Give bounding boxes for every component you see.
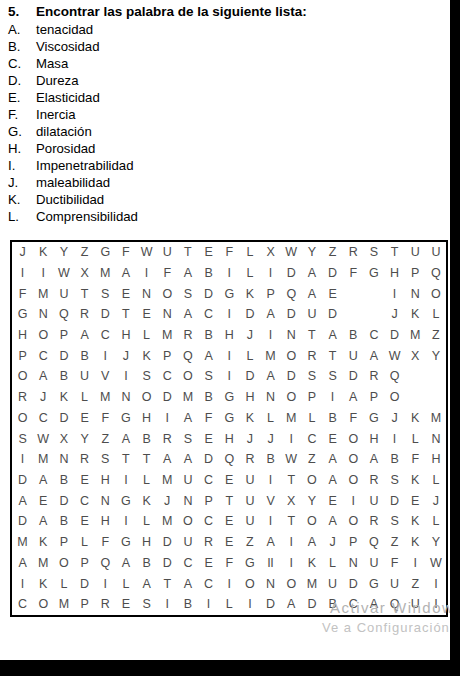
grid-cell[interactable]: Z xyxy=(322,242,343,263)
grid-cell[interactable]: N xyxy=(343,553,364,574)
grid-cell[interactable]: G xyxy=(115,491,136,512)
grid-cell[interactable]: E xyxy=(322,428,343,449)
grid-cell[interactable]: Q xyxy=(425,263,446,284)
grid-cell[interactable]: M xyxy=(301,574,322,595)
grid-cell[interactable]: R xyxy=(301,346,322,367)
grid-cell[interactable]: H xyxy=(219,428,240,449)
grid-cell[interactable] xyxy=(425,366,446,387)
grid-cell[interactable]: C xyxy=(177,553,198,574)
grid-cell[interactable]: O xyxy=(343,428,364,449)
grid-cell[interactable]: I xyxy=(281,428,302,449)
grid-cell[interactable]: G xyxy=(239,553,260,574)
grid-cell[interactable]: L xyxy=(136,511,157,532)
grid-cell[interactable]: H xyxy=(136,532,157,553)
grid-cell[interactable]: A xyxy=(33,366,54,387)
grid-cell[interactable]: U xyxy=(425,242,446,263)
grid-cell[interactable]: J xyxy=(384,304,405,325)
grid-cell[interactable] xyxy=(343,304,364,325)
grid-cell[interactable]: V xyxy=(260,491,281,512)
grid-cell[interactable]: O xyxy=(281,346,302,367)
grid-cell[interactable]: O xyxy=(281,387,302,408)
grid-cell[interactable]: A xyxy=(177,304,198,325)
grid-cell[interactable]: K xyxy=(405,304,426,325)
grid-cell[interactable]: Q xyxy=(177,346,198,367)
grid-cell[interactable]: F xyxy=(219,553,240,574)
grid-cell[interactable]: G xyxy=(115,532,136,553)
grid-cell[interactable]: G xyxy=(12,304,33,325)
grid-cell[interactable]: W xyxy=(53,263,74,284)
grid-cell[interactable]: D xyxy=(198,449,219,470)
grid-cell[interactable]: H xyxy=(219,325,240,346)
grid-cell[interactable]: N xyxy=(260,574,281,595)
grid-cell[interactable]: I xyxy=(425,574,446,595)
grid-cell[interactable]: I xyxy=(343,491,364,512)
grid-cell[interactable]: T xyxy=(322,346,343,367)
grid-cell[interactable]: T xyxy=(177,242,198,263)
grid-cell[interactable]: N xyxy=(53,449,74,470)
grid-cell[interactable]: A xyxy=(12,491,33,512)
grid-cell[interactable]: J xyxy=(322,532,343,553)
grid-cell[interactable]: U xyxy=(363,553,384,574)
grid-cell[interactable]: I xyxy=(260,470,281,491)
grid-cell[interactable]: T xyxy=(301,325,322,346)
grid-cell[interactable]: I xyxy=(95,346,116,367)
grid-cell[interactable]: D xyxy=(157,387,178,408)
grid-cell[interactable] xyxy=(343,283,364,304)
grid-cell[interactable]: Y xyxy=(425,346,446,367)
grid-cell[interactable]: K xyxy=(33,242,54,263)
grid-cell[interactable]: T xyxy=(219,491,240,512)
grid-cell[interactable]: Z xyxy=(95,428,116,449)
grid-cell[interactable]: D xyxy=(384,491,405,512)
grid-cell[interactable]: K xyxy=(301,553,322,574)
grid-cell[interactable]: L xyxy=(239,242,260,263)
grid-cell[interactable]: M xyxy=(95,263,116,284)
grid-cell[interactable]: O xyxy=(33,325,54,346)
grid-cell[interactable]: O xyxy=(343,449,364,470)
grid-cell[interactable]: M xyxy=(53,594,74,615)
grid-cell[interactable]: Z xyxy=(405,574,426,595)
grid-cell[interactable]: A xyxy=(74,325,95,346)
grid-cell[interactable]: I xyxy=(260,263,281,284)
grid-cell[interactable]: U xyxy=(322,574,343,595)
grid-cell[interactable]: O xyxy=(157,283,178,304)
grid-cell[interactable]: L xyxy=(136,470,157,491)
grid-cell[interactable]: S xyxy=(384,511,405,532)
grid-cell[interactable]: E xyxy=(33,491,54,512)
grid-cell[interactable] xyxy=(363,283,384,304)
grid-cell[interactable]: T xyxy=(74,283,95,304)
grid-cell[interactable]: L xyxy=(425,470,446,491)
grid-cell[interactable]: I xyxy=(219,366,240,387)
grid-cell[interactable]: B xyxy=(198,263,219,284)
grid-cell[interactable]: P xyxy=(405,263,426,284)
grid-cell[interactable]: D xyxy=(301,594,322,615)
grid-cell[interactable]: K xyxy=(405,511,426,532)
grid-cell[interactable]: N xyxy=(33,304,54,325)
grid-cell[interactable]: I xyxy=(384,283,405,304)
grid-cell[interactable]: R xyxy=(12,387,33,408)
grid-cell[interactable]: C xyxy=(198,470,219,491)
grid-cell[interactable]: B xyxy=(343,325,364,346)
grid-cell[interactable]: U xyxy=(405,242,426,263)
grid-cell[interactable]: S xyxy=(198,366,219,387)
grid-cell[interactable]: B xyxy=(198,387,219,408)
grid-cell[interactable]: R xyxy=(363,511,384,532)
grid-cell[interactable]: M xyxy=(12,532,33,553)
grid-cell[interactable]: I xyxy=(219,574,240,595)
grid-cell[interactable]: S xyxy=(95,449,116,470)
grid-cell[interactable]: M xyxy=(281,408,302,429)
grid-cell[interactable]: A xyxy=(301,283,322,304)
grid-cell[interactable] xyxy=(405,387,426,408)
grid-cell[interactable]: A xyxy=(33,511,54,532)
grid-cell[interactable]: B xyxy=(384,449,405,470)
grid-cell[interactable]: L xyxy=(115,574,136,595)
grid-cell[interactable]: R xyxy=(177,325,198,346)
grid-cell[interactable]: W xyxy=(281,449,302,470)
grid-cell[interactable]: L xyxy=(301,408,322,429)
grid-cell[interactable]: O xyxy=(425,283,446,304)
grid-cell[interactable]: M xyxy=(157,511,178,532)
grid-cell[interactable]: G xyxy=(219,387,240,408)
grid-cell[interactable]: W xyxy=(33,428,54,449)
grid-cell[interactable] xyxy=(405,366,426,387)
grid-cell[interactable]: D xyxy=(281,304,302,325)
grid-cell[interactable]: U xyxy=(239,511,260,532)
grid-cell[interactable]: P xyxy=(53,325,74,346)
grid-cell[interactable]: Q xyxy=(281,283,302,304)
grid-cell[interactable]: R xyxy=(74,449,95,470)
grid-cell[interactable]: J xyxy=(384,408,405,429)
grid-cell[interactable]: I xyxy=(219,346,240,367)
grid-cell[interactable]: U xyxy=(74,366,95,387)
grid-cell[interactable] xyxy=(425,387,446,408)
grid-cell[interactable]: X xyxy=(405,346,426,367)
grid-cell[interactable]: X xyxy=(53,428,74,449)
grid-cell[interactable]: P xyxy=(363,387,384,408)
grid-cell[interactable]: U xyxy=(157,242,178,263)
grid-cell[interactable]: P xyxy=(74,594,95,615)
grid-cell[interactable]: I xyxy=(157,408,178,429)
grid-cell[interactable]: T xyxy=(115,304,136,325)
grid-cell[interactable]: A xyxy=(177,263,198,284)
grid-cell[interactable]: D xyxy=(343,574,364,595)
grid-cell[interactable]: F xyxy=(198,408,219,429)
grid-cell[interactable]: N xyxy=(177,491,198,512)
grid-cell[interactable]: A xyxy=(33,470,54,491)
grid-cell[interactable]: S xyxy=(136,366,157,387)
grid-cell[interactable]: J xyxy=(260,428,281,449)
grid-cell[interactable]: T xyxy=(281,511,302,532)
grid-cell[interactable]: A xyxy=(343,387,364,408)
grid-cell[interactable]: L xyxy=(74,532,95,553)
grid-cell[interactable]: B xyxy=(198,325,219,346)
grid-cell[interactable]: K xyxy=(136,346,157,367)
grid-cell[interactable]: S xyxy=(384,470,405,491)
grid-cell[interactable]: K xyxy=(405,532,426,553)
grid-cell[interactable]: H xyxy=(95,511,116,532)
grid-cell[interactable]: F xyxy=(343,263,364,284)
grid-cell[interactable]: S xyxy=(363,242,384,263)
grid-cell[interactable]: C xyxy=(198,304,219,325)
grid-cell[interactable]: I xyxy=(260,325,281,346)
grid-cell[interactable]: D xyxy=(53,346,74,367)
grid-cell[interactable]: R xyxy=(239,449,260,470)
grid-cell[interactable]: A xyxy=(322,449,343,470)
grid-cell[interactable]: R xyxy=(95,594,116,615)
grid-cell[interactable]: B xyxy=(260,449,281,470)
grid-cell[interactable]: I xyxy=(157,594,178,615)
grid-cell[interactable]: P xyxy=(260,283,281,304)
grid-cell[interactable]: E xyxy=(74,408,95,429)
grid-cell[interactable]: A xyxy=(177,574,198,595)
grid-cell[interactable]: O xyxy=(281,574,302,595)
grid-cell[interactable]: P xyxy=(301,387,322,408)
grid-cell[interactable]: I xyxy=(12,574,33,595)
grid-cell[interactable]: F xyxy=(219,242,240,263)
grid-cell[interactable]: H xyxy=(95,470,116,491)
grid-cell[interactable]: R xyxy=(198,532,219,553)
grid-cell[interactable]: O xyxy=(343,470,364,491)
grid-cell[interactable]: F xyxy=(157,263,178,284)
grid-cell[interactable]: O xyxy=(33,594,54,615)
grid-cell[interactable]: II xyxy=(260,553,281,574)
grid-cell[interactable]: I xyxy=(219,263,240,284)
grid-cell[interactable]: W xyxy=(425,553,446,574)
grid-cell[interactable]: G xyxy=(219,283,240,304)
grid-cell[interactable]: Z xyxy=(425,325,446,346)
grid-cell[interactable]: O xyxy=(136,387,157,408)
grid-cell[interactable]: K xyxy=(33,532,54,553)
grid-cell[interactable]: P xyxy=(198,491,219,512)
grid-cell[interactable]: W xyxy=(384,346,405,367)
grid-cell[interactable]: I xyxy=(281,553,302,574)
grid-cell[interactable]: D xyxy=(157,532,178,553)
grid-cell[interactable]: F xyxy=(95,532,116,553)
grid-cell[interactable]: Y xyxy=(301,242,322,263)
grid-cell[interactable]: Y xyxy=(53,242,74,263)
grid-cell[interactable]: D xyxy=(95,304,116,325)
grid-cell[interactable]: I xyxy=(33,263,54,284)
grid-cell[interactable]: A xyxy=(301,532,322,553)
grid-cell[interactable]: R xyxy=(363,470,384,491)
grid-cell[interactable]: P xyxy=(157,346,178,367)
grid-cell[interactable]: S xyxy=(95,283,116,304)
grid-cell[interactable]: M xyxy=(33,283,54,304)
grid-cell[interactable]: C xyxy=(95,325,116,346)
grid-cell[interactable]: A xyxy=(177,449,198,470)
grid-cell[interactable]: N xyxy=(136,283,157,304)
grid-cell[interactable]: Q xyxy=(384,366,405,387)
grid-cell[interactable]: X xyxy=(74,263,95,284)
grid-cell[interactable]: A xyxy=(260,366,281,387)
grid-cell[interactable]: I xyxy=(115,470,136,491)
grid-cell[interactable]: I xyxy=(12,263,33,284)
grid-cell[interactable]: E xyxy=(136,304,157,325)
grid-cell[interactable]: E xyxy=(198,428,219,449)
grid-cell[interactable]: E xyxy=(198,553,219,574)
grid-cell[interactable]: K xyxy=(136,491,157,512)
grid-cell[interactable]: I xyxy=(12,449,33,470)
grid-cell[interactable]: G xyxy=(363,574,384,595)
grid-cell[interactable]: I xyxy=(260,511,281,532)
grid-cell[interactable]: C xyxy=(363,325,384,346)
grid-cell[interactable]: M xyxy=(260,346,281,367)
grid-cell[interactable]: T xyxy=(115,449,136,470)
grid-cell[interactable]: H xyxy=(239,387,260,408)
grid-cell[interactable]: I xyxy=(405,553,426,574)
grid-cell[interactable]: Q xyxy=(53,304,74,325)
grid-cell[interactable]: E xyxy=(74,470,95,491)
grid-cell[interactable]: W xyxy=(136,242,157,263)
grid-cell[interactable]: D xyxy=(239,304,260,325)
grid-cell[interactable]: Z xyxy=(239,532,260,553)
grid-cell[interactable]: J xyxy=(239,325,260,346)
grid-cell[interactable]: B xyxy=(74,346,95,367)
grid-cell[interactable]: U xyxy=(239,470,260,491)
grid-cell[interactable]: O xyxy=(301,470,322,491)
grid-cell[interactable]: H xyxy=(115,325,136,346)
grid-cell[interactable]: L xyxy=(405,428,426,449)
grid-cell[interactable]: F xyxy=(384,553,405,574)
grid-cell[interactable] xyxy=(363,304,384,325)
grid-cell[interactable]: D xyxy=(198,283,219,304)
grid-cell[interactable]: K xyxy=(239,408,260,429)
grid-cell[interactable]: P xyxy=(343,532,364,553)
grid-cell[interactable]: Y xyxy=(74,428,95,449)
grid-cell[interactable]: D xyxy=(322,304,343,325)
grid-cell[interactable]: O xyxy=(384,387,405,408)
grid-cell[interactable]: U xyxy=(177,470,198,491)
grid-cell[interactable]: K xyxy=(53,387,74,408)
grid-cell[interactable]: C xyxy=(33,346,54,367)
grid-cell[interactable]: S xyxy=(322,366,343,387)
grid-cell[interactable]: J xyxy=(425,491,446,512)
grid-cell[interactable]: Q xyxy=(95,553,116,574)
word-search-grid[interactable]: JKYZGFWUTEFLXWYZRSTUUIIWXMAIFABILIDADFGH… xyxy=(10,240,448,617)
grid-cell[interactable]: J xyxy=(12,242,33,263)
grid-cell[interactable]: I xyxy=(281,532,302,553)
grid-cell[interactable]: P xyxy=(74,553,95,574)
grid-cell[interactable]: I xyxy=(384,428,405,449)
grid-cell[interactable]: K xyxy=(405,408,426,429)
grid-cell[interactable]: T xyxy=(136,449,157,470)
grid-cell[interactable]: A xyxy=(115,553,136,574)
grid-cell[interactable]: D xyxy=(281,366,302,387)
grid-cell[interactable]: E xyxy=(115,283,136,304)
grid-cell[interactable]: A xyxy=(115,428,136,449)
grid-cell[interactable]: E xyxy=(198,242,219,263)
grid-cell[interactable]: A xyxy=(322,325,343,346)
grid-cell[interactable]: P xyxy=(12,346,33,367)
grid-cell[interactable]: H xyxy=(425,449,446,470)
grid-cell[interactable]: D xyxy=(281,263,302,284)
grid-cell[interactable]: L xyxy=(425,304,446,325)
grid-cell[interactable]: B xyxy=(53,366,74,387)
grid-cell[interactable]: A xyxy=(260,304,281,325)
grid-cell[interactable]: J xyxy=(239,428,260,449)
grid-cell[interactable]: M xyxy=(405,325,426,346)
grid-cell[interactable]: E xyxy=(219,511,240,532)
grid-cell[interactable]: C xyxy=(198,511,219,532)
grid-cell[interactable]: B xyxy=(136,553,157,574)
grid-cell[interactable]: B xyxy=(53,470,74,491)
grid-cell[interactable]: S xyxy=(301,366,322,387)
grid-cell[interactable]: B xyxy=(53,511,74,532)
grid-cell[interactable]: F xyxy=(95,408,116,429)
grid-cell[interactable]: Q xyxy=(219,449,240,470)
grid-cell[interactable]: I xyxy=(115,511,136,532)
grid-cell[interactable]: D xyxy=(343,366,364,387)
grid-cell[interactable]: H xyxy=(12,325,33,346)
grid-cell[interactable]: Z xyxy=(384,532,405,553)
grid-cell[interactable]: A xyxy=(322,470,343,491)
grid-cell[interactable]: N xyxy=(95,491,116,512)
grid-cell[interactable]: S xyxy=(177,428,198,449)
grid-cell[interactable]: N xyxy=(115,387,136,408)
grid-cell[interactable]: S xyxy=(177,283,198,304)
grid-cell[interactable]: L xyxy=(322,553,343,574)
grid-cell[interactable]: F xyxy=(405,449,426,470)
grid-cell[interactable]: D xyxy=(322,263,343,284)
grid-cell[interactable]: J xyxy=(33,387,54,408)
grid-cell[interactable]: M xyxy=(33,553,54,574)
grid-cell[interactable]: U xyxy=(301,304,322,325)
grid-cell[interactable]: F xyxy=(12,283,33,304)
grid-cell[interactable]: M xyxy=(95,387,116,408)
grid-cell[interactable]: E xyxy=(115,594,136,615)
grid-cell[interactable]: T xyxy=(157,574,178,595)
grid-cell[interactable]: A xyxy=(12,553,33,574)
grid-cell[interactable]: E xyxy=(219,470,240,491)
grid-cell[interactable]: N xyxy=(405,283,426,304)
grid-cell[interactable]: X xyxy=(260,242,281,263)
grid-cell[interactable]: D xyxy=(157,553,178,574)
grid-cell[interactable]: R xyxy=(74,304,95,325)
grid-cell[interactable]: C xyxy=(33,408,54,429)
grid-cell[interactable]: C xyxy=(12,594,33,615)
grid-cell[interactable]: I xyxy=(219,304,240,325)
grid-cell[interactable]: E xyxy=(322,283,343,304)
grid-cell[interactable]: C xyxy=(157,366,178,387)
grid-cell[interactable]: J xyxy=(115,346,136,367)
grid-cell[interactable]: D xyxy=(384,325,405,346)
grid-cell[interactable]: D xyxy=(53,408,74,429)
grid-cell[interactable]: R xyxy=(363,366,384,387)
grid-cell[interactable]: L xyxy=(425,511,446,532)
grid-cell[interactable]: M xyxy=(177,387,198,408)
grid-cell[interactable]: Y xyxy=(425,532,446,553)
grid-cell[interactable]: M xyxy=(157,470,178,491)
grid-cell[interactable]: C xyxy=(301,428,322,449)
grid-cell[interactable]: F xyxy=(115,242,136,263)
grid-cell[interactable]: N xyxy=(281,325,302,346)
grid-cell[interactable]: T xyxy=(281,470,302,491)
grid-cell[interactable]: E xyxy=(405,491,426,512)
grid-cell[interactable]: A xyxy=(281,594,302,615)
grid-cell[interactable]: P xyxy=(53,532,74,553)
grid-cell[interactable]: M xyxy=(425,408,446,429)
grid-cell[interactable]: A xyxy=(363,449,384,470)
grid-cell[interactable]: G xyxy=(363,263,384,284)
grid-cell[interactable]: I xyxy=(115,366,136,387)
grid-cell[interactable]: L xyxy=(136,325,157,346)
grid-cell[interactable]: J xyxy=(157,491,178,512)
grid-cell[interactable]: O xyxy=(12,366,33,387)
grid-cell[interactable]: L xyxy=(53,574,74,595)
grid-cell[interactable]: U xyxy=(363,491,384,512)
